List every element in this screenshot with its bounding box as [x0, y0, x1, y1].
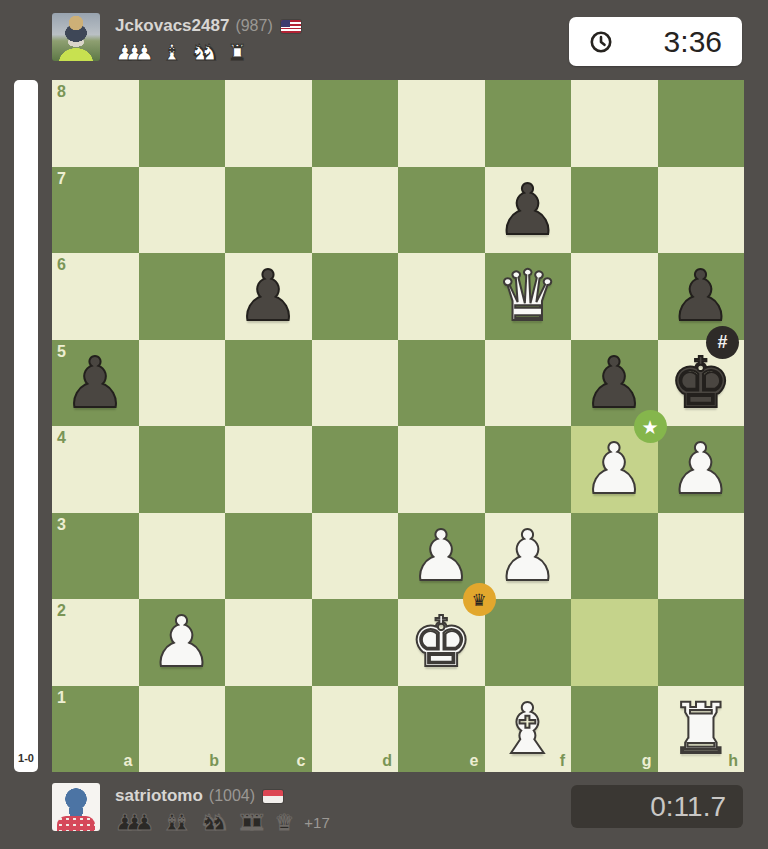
black-pawn[interactable]: ♟ — [485, 167, 572, 254]
black-pawn[interactable]: ♟ — [225, 253, 312, 340]
black-pawn[interactable]: ♟ — [658, 253, 745, 340]
square-c3[interactable] — [225, 513, 312, 600]
captured-white-pawn-icon: ♟ — [134, 41, 154, 65]
square-g1[interactable]: g — [571, 686, 658, 773]
top-player-clock: 3:36 — [569, 17, 742, 66]
file-label-b: b — [209, 753, 219, 769]
bottom-player-avatar[interactable] — [52, 783, 100, 831]
square-h5[interactable]: ♚# — [658, 340, 745, 427]
square-f4[interactable] — [485, 426, 572, 513]
square-c5[interactable] — [225, 340, 312, 427]
white-rook[interactable]: ♜ — [658, 686, 745, 773]
square-d6[interactable] — [312, 253, 399, 340]
bottom-player-info: satriotomo (1004) ♟♟♟♝♝♞♞♜♜♛ +17 — [115, 786, 330, 835]
captured-bishop-group: ♝ — [162, 41, 182, 65]
file-label-a: a — [124, 753, 133, 769]
square-d4[interactable] — [312, 426, 399, 513]
captured-black-rook-icon: ♜ — [247, 811, 267, 835]
captured-rook-group: ♜ — [227, 41, 247, 65]
captured-black-queen-icon: ♛ — [275, 811, 295, 835]
top-captured-pieces: ♟♟♟♝♞♞♜ — [115, 41, 301, 65]
captured-rook-group: ♜♜ — [237, 811, 266, 835]
square-f6[interactable]: ♛ — [485, 253, 572, 340]
captured-white-knight-icon: ♞ — [200, 41, 220, 65]
rank-label-8: 8 — [57, 84, 66, 100]
white-pawn[interactable]: ♟ — [658, 426, 745, 513]
winner-badge-icon: ♛ — [463, 583, 496, 616]
captured-pawn-group: ♟♟♟ — [115, 41, 154, 65]
clock-icon — [588, 29, 614, 55]
square-g2[interactable] — [571, 599, 658, 686]
square-g3[interactable] — [571, 513, 658, 600]
square-e5[interactable] — [398, 340, 485, 427]
square-h8[interactable] — [658, 80, 745, 167]
square-c6[interactable]: ♟ — [225, 253, 312, 340]
captured-white-bishop-icon: ♝ — [162, 41, 182, 65]
square-d2[interactable] — [312, 599, 399, 686]
square-g4[interactable]: ♟★ — [571, 426, 658, 513]
rank-label-4: 4 — [57, 430, 66, 446]
avatar-shirt-detail — [57, 816, 95, 831]
captured-black-pawn-icon: ♟ — [134, 811, 154, 835]
square-b5[interactable] — [139, 340, 226, 427]
square-d7[interactable] — [312, 167, 399, 254]
square-c1[interactable]: c — [225, 686, 312, 773]
square-b3[interactable] — [139, 513, 226, 600]
material-advantage: +17 — [304, 811, 329, 835]
best-move-badge-icon: ★ — [634, 410, 667, 443]
rank-label-1: 1 — [57, 690, 66, 706]
captured-bishop-group: ♝♝ — [162, 811, 191, 835]
captured-black-bishop-icon: ♝ — [172, 811, 192, 835]
bottom-captured-pieces: ♟♟♟♝♝♞♞♜♜♛ +17 — [115, 811, 330, 835]
square-f2[interactable] — [485, 599, 572, 686]
white-pawn[interactable]: ♟ — [485, 513, 572, 600]
square-a3[interactable]: 3 — [52, 513, 139, 600]
square-a4[interactable]: 4 — [52, 426, 139, 513]
top-player-rating: (987) — [235, 17, 272, 35]
square-d5[interactable] — [312, 340, 399, 427]
file-label-e: e — [470, 753, 479, 769]
black-pawn[interactable]: ♟ — [52, 340, 139, 427]
rank-label-2: 2 — [57, 603, 66, 619]
square-g7[interactable] — [571, 167, 658, 254]
square-d8[interactable] — [312, 80, 399, 167]
checkmate-badge-icon: # — [706, 326, 739, 359]
us-flag-icon — [281, 20, 301, 33]
square-h3[interactable] — [658, 513, 745, 600]
square-e7[interactable] — [398, 167, 485, 254]
square-d1[interactable]: d — [312, 686, 399, 773]
square-h7[interactable] — [658, 167, 745, 254]
square-f3[interactable]: ♟ — [485, 513, 572, 600]
square-f7[interactable]: ♟ — [485, 167, 572, 254]
square-b1[interactable]: b — [139, 686, 226, 773]
square-c7[interactable] — [225, 167, 312, 254]
game-result-label: 1-0 — [14, 752, 38, 764]
square-b2[interactable]: ♟ — [139, 599, 226, 686]
evaluation-bar: 1-0 — [14, 80, 38, 772]
captured-knight-group: ♞♞ — [200, 811, 229, 835]
square-c2[interactable] — [225, 599, 312, 686]
bottom-clock-time: 0:11.7 — [650, 791, 726, 823]
top-player-info: Jckovacs2487 (987) ♟♟♟♝♞♞♜ — [115, 16, 301, 65]
square-f8[interactable] — [485, 80, 572, 167]
square-e2[interactable]: ♚♛ — [398, 599, 485, 686]
square-h6[interactable]: ♟ — [658, 253, 745, 340]
file-label-c: c — [297, 753, 306, 769]
captured-black-knight-icon: ♞ — [209, 811, 229, 835]
square-b6[interactable] — [139, 253, 226, 340]
square-b7[interactable] — [139, 167, 226, 254]
white-pawn[interactable]: ♟ — [139, 599, 226, 686]
square-f1[interactable]: f♝ — [485, 686, 572, 773]
square-h1[interactable]: h♜ — [658, 686, 745, 773]
bottom-player-username[interactable]: satriotomo — [115, 786, 203, 806]
square-a2[interactable]: 2 — [52, 599, 139, 686]
bottom-player-rating: (1004) — [209, 787, 255, 805]
square-h4[interactable]: ♟ — [658, 426, 745, 513]
square-h2[interactable] — [658, 599, 745, 686]
square-a8[interactable]: 8 — [52, 80, 139, 167]
square-a1[interactable]: 1a — [52, 686, 139, 773]
square-d3[interactable] — [312, 513, 399, 600]
captured-knight-group: ♞♞ — [190, 41, 219, 65]
square-e8[interactable] — [398, 80, 485, 167]
rank-label-6: 6 — [57, 257, 66, 273]
square-a7[interactable]: 7 — [52, 167, 139, 254]
captured-white-rook-icon: ♜ — [227, 41, 247, 65]
square-c4[interactable] — [225, 426, 312, 513]
square-b4[interactable] — [139, 426, 226, 513]
square-g6[interactable] — [571, 253, 658, 340]
top-clock-time: 3:36 — [664, 25, 722, 59]
rank-label-7: 7 — [57, 171, 66, 187]
top-player-avatar[interactable] — [52, 13, 100, 61]
square-e6[interactable] — [398, 253, 485, 340]
rank-label-3: 3 — [57, 517, 66, 533]
bottom-player-clock: 0:11.7 — [571, 785, 743, 828]
square-g8[interactable] — [571, 80, 658, 167]
square-b8[interactable] — [139, 80, 226, 167]
square-e1[interactable]: e — [398, 686, 485, 773]
square-a5[interactable]: 5♟ — [52, 340, 139, 427]
file-label-g: g — [642, 753, 652, 769]
square-f5[interactable] — [485, 340, 572, 427]
square-a6[interactable]: 6 — [52, 253, 139, 340]
square-e4[interactable] — [398, 426, 485, 513]
square-c8[interactable] — [225, 80, 312, 167]
white-queen[interactable]: ♛ — [485, 253, 572, 340]
top-player-username[interactable]: Jckovacs2487 — [115, 16, 229, 36]
file-label-d: d — [382, 753, 392, 769]
captured-pawn-group: ♟♟♟ — [115, 811, 154, 835]
white-bishop[interactable]: ♝ — [485, 686, 572, 773]
id-flag-icon — [263, 790, 283, 803]
captured-queen-group: ♛ — [275, 811, 295, 835]
chess-board: 87♟6♟♛♟5♟♟♚#4♟★♟3♟♟2♟♚♛1abcdef♝gh♜ — [52, 80, 744, 772]
